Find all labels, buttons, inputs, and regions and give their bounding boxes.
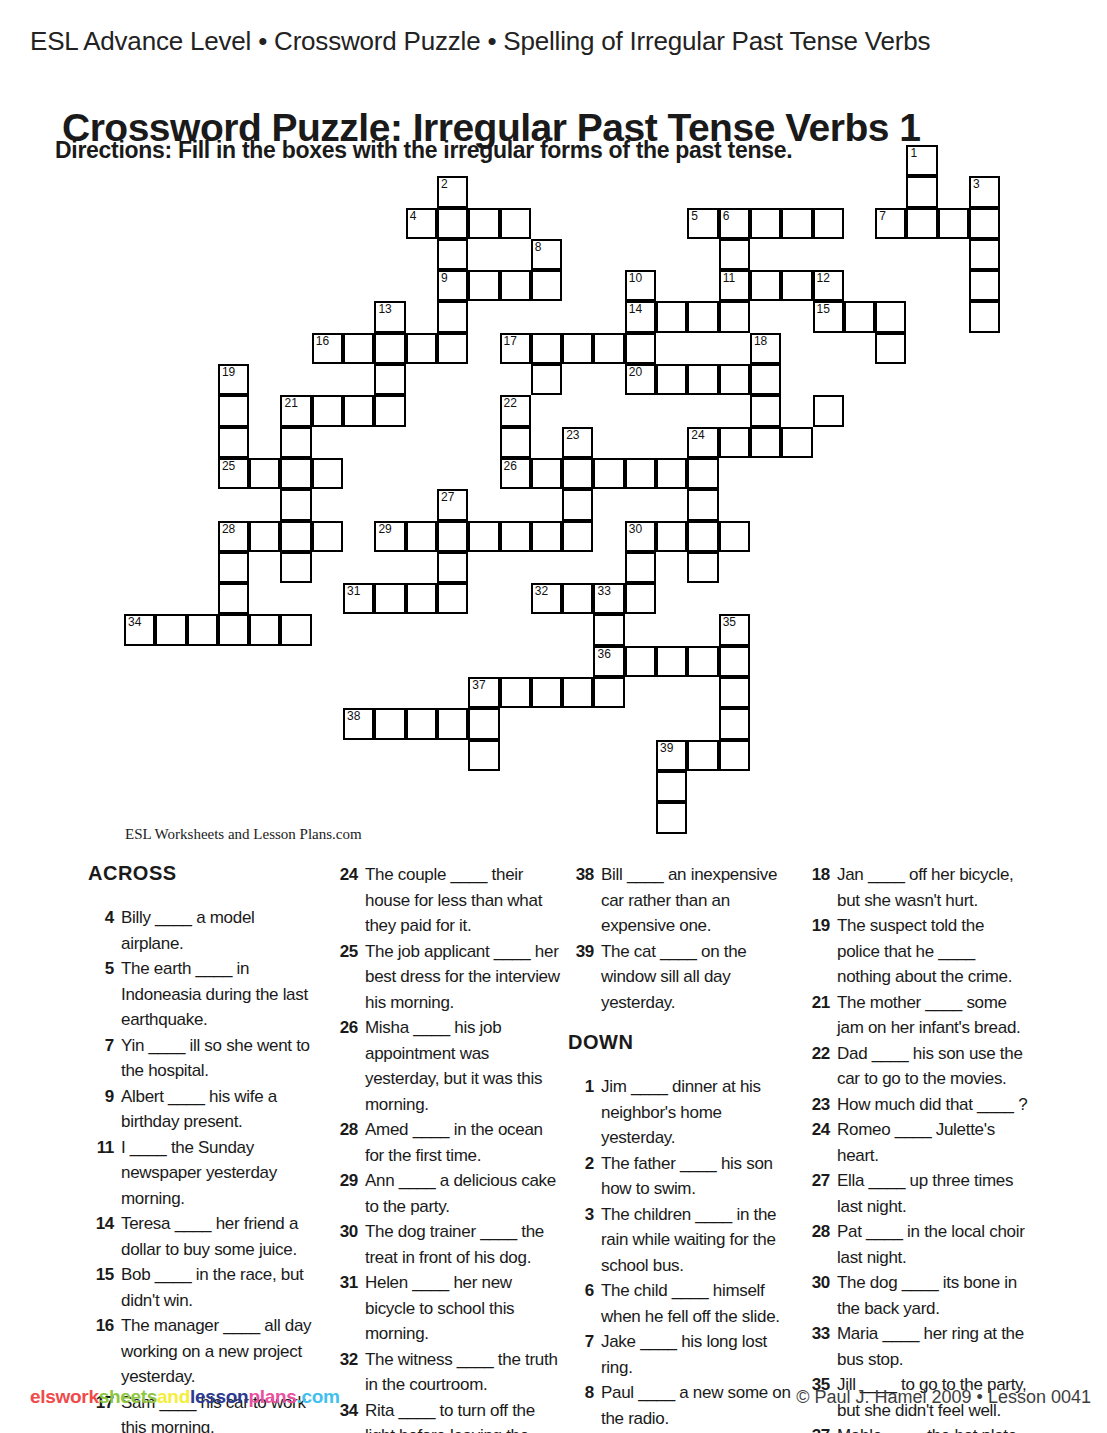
grid-cell[interactable]: 4 (406, 208, 437, 239)
clue-list-number: 14 (88, 1211, 114, 1237)
grid-cell[interactable] (719, 646, 750, 677)
clue-list-number: 21 (804, 990, 830, 1016)
clue-number: 25 (222, 460, 235, 473)
grid-cell[interactable] (280, 489, 311, 520)
grid-cell[interactable]: 13 (374, 301, 405, 332)
clue-text: The suspect told the police that he ____… (837, 916, 1012, 986)
clue-text: The children ____ in the rain while wait… (601, 1205, 776, 1275)
grid-cell[interactable] (437, 301, 468, 332)
down-clue-23: 23How much did that ____ ? (804, 1092, 1030, 1118)
grid-cell[interactable] (531, 677, 562, 708)
across-clue-26: 26Misha ____ his job appointment was yes… (332, 1015, 560, 1117)
logo-segment: lesson (190, 1386, 248, 1407)
worksheet-topline: ESL Advance Level • Crossword Puzzle • S… (30, 26, 930, 57)
down-clue-21: 21The mother ____ some jam on her infant… (804, 990, 1030, 1041)
across-clue-39: 39The cat ____ on the window sill all da… (568, 939, 798, 1016)
grid-cell[interactable] (562, 489, 593, 520)
grid-cell[interactable] (531, 458, 562, 489)
clue-text: Misha ____ his job appointment was yeste… (365, 1018, 542, 1114)
grid-cell[interactable] (343, 333, 374, 364)
grid-cell[interactable]: 3 (969, 176, 1000, 207)
grid-cell[interactable] (280, 427, 311, 458)
grid-cell[interactable] (719, 708, 750, 739)
across-clue-31: 31Helen ____ her new bicycle to school t… (332, 1270, 560, 1347)
clue-list-number: 4 (88, 905, 114, 931)
grid-cell[interactable] (593, 677, 624, 708)
grid-cell[interactable]: 28 (218, 521, 249, 552)
clue-number: 24 (691, 429, 704, 442)
grid-cell[interactable] (531, 270, 562, 301)
clue-number: 10 (629, 272, 642, 285)
grid-cell[interactable] (906, 176, 937, 207)
down-clue-3: 3The children ____ in the rain while wai… (568, 1202, 798, 1279)
clue-text: The mother ____ some jam on her infant's… (837, 993, 1021, 1038)
clue-list-number: 24 (332, 862, 358, 888)
clue-list-header: DOWN (568, 1031, 798, 1054)
clue-list-number: 5 (88, 956, 114, 982)
grid-cell[interactable] (750, 364, 781, 395)
clue-list-number: 33 (804, 1321, 830, 1347)
grid-cell[interactable] (218, 427, 249, 458)
clue-number: 9 (441, 272, 448, 285)
clue-list-number: 16 (88, 1313, 114, 1339)
grid-cell[interactable]: 1 (906, 145, 937, 176)
clue-number: 20 (629, 366, 642, 379)
grid-cell[interactable] (687, 489, 718, 520)
grid-cell[interactable] (468, 270, 499, 301)
across-clue-4: 4Billy ____ a model airplane. (88, 905, 316, 956)
crossword-grid: 1234567891011121314151617181920212223242… (124, 145, 1000, 834)
grid-cell[interactable] (719, 364, 750, 395)
across-clue-14: 14Teresa ____ her friend a dollar to buy… (88, 1211, 316, 1262)
grid-cell[interactable]: 34 (124, 614, 155, 645)
grid-cell[interactable] (687, 646, 718, 677)
grid-cell[interactable] (249, 614, 280, 645)
grid-cell[interactable] (468, 208, 499, 239)
grid-cell[interactable] (593, 333, 624, 364)
grid-cell[interactable] (656, 802, 687, 833)
grid-cell[interactable] (719, 677, 750, 708)
grid-cell[interactable] (593, 614, 624, 645)
clue-text: Teresa ____ her friend a dollar to buy s… (121, 1214, 298, 1259)
across-clue-11: 11I ____ the Sunday newspaper yesterday … (88, 1135, 316, 1212)
clue-text: Mable ____ the hot plate on the table. (837, 1426, 1017, 1433)
clue-number: 14 (629, 303, 642, 316)
clue-list-number: 23 (804, 1092, 830, 1118)
across-clue-34: 34Rita ____ to turn off the light before… (332, 1398, 560, 1433)
clue-column-1: ACROSS4Billy ____ a model airplane.5The … (88, 862, 316, 1433)
clue-list-number: 7 (568, 1329, 594, 1355)
clue-column-2: 24The couple ____ their house for less t… (332, 862, 560, 1433)
grid-cell[interactable]: 30 (625, 521, 656, 552)
grid-cell[interactable] (249, 458, 280, 489)
grid-cell[interactable] (906, 208, 937, 239)
grid-cell[interactable] (406, 333, 437, 364)
grid-cell[interactable] (500, 521, 531, 552)
clue-number: 23 (566, 429, 579, 442)
grid-cell[interactable]: 38 (343, 708, 374, 739)
grid-cell[interactable] (374, 583, 405, 614)
clue-number: 22 (504, 397, 517, 410)
clue-number: 12 (817, 272, 830, 285)
grid-cell[interactable] (280, 614, 311, 645)
attribution-text: ESL Worksheets and Lesson Plans.com (125, 826, 362, 843)
across-clue-29: 29Ann ____ a delicious cake to the party… (332, 1168, 560, 1219)
grid-cell[interactable] (468, 708, 499, 739)
grid-cell[interactable] (437, 239, 468, 270)
grid-cell[interactable] (656, 458, 687, 489)
down-clue-33: 33Maria ____ her ring at the bus stop. (804, 1321, 1030, 1372)
grid-cell[interactable] (781, 208, 812, 239)
grid-cell[interactable] (500, 270, 531, 301)
logo-segment: elswork (30, 1386, 99, 1407)
grid-cell[interactable] (280, 552, 311, 583)
grid-cell[interactable] (813, 395, 844, 426)
clue-number: 19 (222, 366, 235, 379)
grid-cell[interactable]: 6 (719, 208, 750, 239)
grid-cell[interactable] (750, 208, 781, 239)
grid-cell[interactable] (719, 301, 750, 332)
grid-cell[interactable]: 20 (625, 364, 656, 395)
grid-cell[interactable] (187, 614, 218, 645)
across-clue-15: 15Bob ____ in the race, but didn't win. (88, 1262, 316, 1313)
grid-cell[interactable]: 17 (500, 333, 531, 364)
clue-list-number: 2 (568, 1151, 594, 1177)
grid-cell[interactable] (312, 521, 343, 552)
clue-text: Maria ____ her ring at the bus stop. (837, 1324, 1024, 1369)
clue-text: The child ____ himself when he fell off … (601, 1281, 780, 1326)
clue-number: 32 (535, 585, 548, 598)
grid-cell[interactable] (562, 521, 593, 552)
clue-list-number: 9 (88, 1084, 114, 1110)
grid-cell[interactable] (687, 364, 718, 395)
grid-cell[interactable] (969, 270, 1000, 301)
down-clue-18: 18Jan ____ off her bicycle, but she wasn… (804, 862, 1030, 913)
grid-cell[interactable] (625, 646, 656, 677)
clue-list-number: 37 (804, 1423, 830, 1433)
grid-cell[interactable] (656, 771, 687, 802)
grid-cell[interactable] (406, 521, 437, 552)
clue-list-number: 32 (332, 1347, 358, 1373)
clue-text: Billy ____ a model airplane. (121, 908, 255, 953)
clue-list-number: 6 (568, 1278, 594, 1304)
down-clue-6: 6The child ____ himself when he fell off… (568, 1278, 798, 1329)
grid-cell[interactable] (719, 521, 750, 552)
clue-text: The dog trainer ____ the treat in front … (365, 1222, 544, 1267)
grid-cell[interactable] (687, 552, 718, 583)
clue-text: The manager ____ all day working on a ne… (121, 1316, 311, 1386)
grid-cell[interactable] (719, 427, 750, 458)
grid-cell[interactable] (218, 552, 249, 583)
grid-cell[interactable]: 12 (813, 270, 844, 301)
grid-cell[interactable] (813, 208, 844, 239)
grid-cell[interactable]: 16 (312, 333, 343, 364)
grid-cell[interactable]: 21 (280, 395, 311, 426)
grid-cell[interactable] (531, 364, 562, 395)
grid-cell[interactable] (500, 677, 531, 708)
clue-number: 33 (597, 585, 610, 598)
clue-number: 1 (910, 147, 917, 160)
grid-cell[interactable] (374, 708, 405, 739)
clue-number: 39 (660, 742, 673, 755)
down-clue-2: 2The father ____ his son how to swim. (568, 1151, 798, 1202)
grid-cell[interactable] (374, 333, 405, 364)
grid-cell[interactable]: 37 (468, 677, 499, 708)
grid-cell[interactable]: 15 (813, 301, 844, 332)
clue-number: 7 (879, 210, 886, 223)
across-clue-30: 30The dog trainer ____ the treat in fron… (332, 1219, 560, 1270)
down-clue-30: 30The dog ____ its bone in the back yard… (804, 1270, 1030, 1321)
clue-list-number: 18 (804, 862, 830, 888)
grid-cell[interactable]: 29 (374, 521, 405, 552)
clue-text: Ann ____ a delicious cake to the party. (365, 1171, 556, 1216)
clue-list-number: 28 (804, 1219, 830, 1245)
clue-list-number: 27 (804, 1168, 830, 1194)
clue-number: 35 (723, 616, 736, 629)
grid-cell[interactable] (500, 208, 531, 239)
clue-text: The witness ____ the truth in the courtr… (365, 1350, 558, 1395)
clue-text: Dad ____ his son use the car to go to th… (837, 1044, 1023, 1089)
grid-cell[interactable] (969, 239, 1000, 270)
grid-cell[interactable] (687, 521, 718, 552)
grid-cell[interactable]: 35 (719, 614, 750, 645)
grid-cell[interactable]: 19 (218, 364, 249, 395)
grid-cell[interactable]: 27 (437, 489, 468, 520)
clue-list-number: 3 (568, 1202, 594, 1228)
grid-cell[interactable] (218, 614, 249, 645)
grid-cell[interactable] (280, 458, 311, 489)
grid-cell[interactable] (656, 364, 687, 395)
grid-cell[interactable]: 24 (687, 427, 718, 458)
clue-list-number: 39 (568, 939, 594, 965)
clue-list-number: 11 (88, 1135, 114, 1161)
clue-list-number: 30 (804, 1270, 830, 1296)
grid-cell[interactable]: 33 (593, 583, 624, 614)
grid-cell[interactable]: 31 (343, 583, 374, 614)
grid-cell[interactable] (437, 708, 468, 739)
clue-list-number: 25 (332, 939, 358, 965)
clue-text: Helen ____ her new bicycle to school thi… (365, 1273, 514, 1343)
clue-list-number: 30 (332, 1219, 358, 1245)
grid-cell[interactable] (875, 333, 906, 364)
grid-cell[interactable] (625, 583, 656, 614)
clue-text: The dog ____ its bone in the back yard. (837, 1273, 1017, 1318)
grid-cell[interactable] (687, 301, 718, 332)
grid-cell[interactable] (938, 208, 969, 239)
grid-cell[interactable] (500, 427, 531, 458)
clue-number: 31 (347, 585, 360, 598)
grid-cell[interactable] (969, 208, 1000, 239)
grid-cell[interactable] (844, 301, 875, 332)
grid-cell[interactable] (218, 395, 249, 426)
down-clue-8: 8Paul ____ a new some on the radio. (568, 1380, 798, 1431)
clue-list-header: ACROSS (88, 862, 316, 885)
logo-segment: and (157, 1386, 190, 1407)
grid-cell[interactable] (593, 458, 624, 489)
clue-number: 6 (723, 210, 730, 223)
down-clue-24: 24Romeo ____ Julette's heart. (804, 1117, 1030, 1168)
clue-number: 13 (378, 303, 391, 316)
clue-number: 37 (472, 679, 485, 692)
grid-cell[interactable] (218, 583, 249, 614)
grid-cell[interactable] (531, 333, 562, 364)
grid-cell[interactable] (468, 740, 499, 771)
grid-cell[interactable] (531, 521, 562, 552)
clue-list-number: 28 (332, 1117, 358, 1143)
grid-cell[interactable] (343, 395, 374, 426)
grid-cell[interactable]: 10 (625, 270, 656, 301)
grid-cell[interactable]: 8 (531, 239, 562, 270)
grid-cell[interactable] (437, 208, 468, 239)
grid-cell[interactable] (625, 552, 656, 583)
grid-cell[interactable] (437, 333, 468, 364)
grid-cell[interactable]: 9 (437, 270, 468, 301)
clue-list-number: 38 (568, 862, 594, 888)
grid-cell[interactable] (562, 458, 593, 489)
across-clue-16: 16The manager ____ all day working on a … (88, 1313, 316, 1390)
grid-cell[interactable] (468, 521, 499, 552)
grid-cell[interactable] (656, 521, 687, 552)
grid-cell[interactable] (312, 458, 343, 489)
grid-cell[interactable] (687, 458, 718, 489)
grid-cell[interactable] (312, 395, 343, 426)
grid-cell[interactable] (437, 552, 468, 583)
copyright-text: © Paul J. Hamel 2009 • Lesson 0041 (796, 1387, 1091, 1408)
clue-text: Ella ____ up three times last night. (837, 1171, 1013, 1216)
grid-cell[interactable] (374, 364, 405, 395)
across-clue-38: 38Bill ____ an inexpensive car rather th… (568, 862, 798, 939)
clue-list-number: 24 (804, 1117, 830, 1143)
clue-number: 2 (441, 178, 448, 191)
grid-cell[interactable] (562, 583, 593, 614)
grid-cell[interactable] (437, 521, 468, 552)
clue-text: The couple ____ their house for less tha… (365, 865, 542, 935)
grid-cell[interactable]: 32 (531, 583, 562, 614)
across-clue-28: 28Amed ____ in the ocean for the first t… (332, 1117, 560, 1168)
grid-cell[interactable]: 22 (500, 395, 531, 426)
clue-text: The father ____ his son how to swim. (601, 1154, 773, 1199)
grid-cell[interactable]: 7 (875, 208, 906, 239)
grid-cell[interactable] (750, 395, 781, 426)
clue-number: 11 (723, 272, 735, 285)
down-clue-37: 37Mable ____ the hot plate on the table. (804, 1423, 1030, 1433)
clue-number: 28 (222, 523, 235, 536)
clue-number: 38 (347, 710, 360, 723)
clue-text: I ____ the Sunday newspaper yesterday mo… (121, 1138, 277, 1208)
clue-text: How much did that ____ ? (837, 1095, 1027, 1114)
clue-number: 21 (284, 397, 297, 410)
grid-cell[interactable] (562, 333, 593, 364)
grid-cell[interactable] (625, 458, 656, 489)
grid-cell[interactable]: 39 (656, 740, 687, 771)
website-logo-text: elsworksheetsandlessonplans.com (30, 1386, 340, 1408)
clue-text: Pat ____ in the local choir last night. (837, 1222, 1025, 1267)
down-clue-7: 7Jake ____ his long lost ring. (568, 1329, 798, 1380)
clue-text: Romeo ____ Julette's heart. (837, 1120, 995, 1165)
across-clue-25: 25The job applicant ____ her best dress … (332, 939, 560, 1016)
down-clue-19: 19The suspect told the police that he __… (804, 913, 1030, 990)
grid-cell[interactable] (969, 301, 1000, 332)
grid-cell[interactable]: 18 (750, 333, 781, 364)
grid-cell[interactable]: 14 (625, 301, 656, 332)
clue-list-number: 19 (804, 913, 830, 939)
grid-cell[interactable] (719, 740, 750, 771)
grid-cell[interactable] (781, 270, 812, 301)
grid-cell[interactable]: 5 (687, 208, 718, 239)
clue-text: Jan ____ off her bicycle, but she wasn't… (837, 865, 1013, 910)
clue-list-number: 1 (568, 1074, 594, 1100)
down-clue-22: 22Dad ____ his son use the car to go to … (804, 1041, 1030, 1092)
grid-cell[interactable] (155, 614, 186, 645)
across-clue-5: 5The earth ____ in Indoneasia during the… (88, 956, 316, 1033)
grid-cell[interactable] (625, 333, 656, 364)
clue-number: 34 (128, 616, 141, 629)
clue-list-number: 7 (88, 1033, 114, 1059)
clue-number: 5 (691, 210, 698, 223)
grid-cell[interactable] (781, 427, 812, 458)
clue-number: 30 (629, 523, 642, 536)
grid-cell[interactable] (249, 521, 280, 552)
across-clue-7: 7Yin ____ ill so she went to the hospita… (88, 1033, 316, 1084)
clue-text: Rita ____ to turn off the light before l… (365, 1401, 535, 1433)
grid-cell[interactable]: 2 (437, 176, 468, 207)
down-clue-1: 1Jim ____ dinner at his neighbor's home … (568, 1074, 798, 1151)
grid-cell[interactable] (406, 583, 437, 614)
grid-cell[interactable]: 11 (719, 270, 750, 301)
logo-segment: sheets (99, 1386, 157, 1407)
grid-cell[interactable] (562, 677, 593, 708)
grid-cell[interactable] (656, 301, 687, 332)
clue-number: 16 (316, 335, 329, 348)
clue-list-number: 15 (88, 1262, 114, 1288)
across-clue-24: 24The couple ____ their house for less t… (332, 862, 560, 939)
clue-number: 18 (754, 335, 767, 348)
grid-cell[interactable] (374, 395, 405, 426)
grid-cell[interactable] (750, 270, 781, 301)
grid-cell[interactable] (406, 708, 437, 739)
logo-segment: .com (297, 1386, 340, 1407)
grid-cell[interactable]: 25 (218, 458, 249, 489)
grid-cell[interactable] (437, 583, 468, 614)
grid-cell[interactable]: 36 (593, 646, 624, 677)
grid-cell[interactable] (750, 427, 781, 458)
clue-number: 4 (410, 210, 417, 223)
clue-number: 8 (535, 241, 542, 254)
clue-number: 27 (441, 491, 454, 504)
grid-cell[interactable] (687, 740, 718, 771)
grid-cell[interactable] (280, 521, 311, 552)
clue-text: Yin ____ ill so she went to the hospital… (121, 1036, 310, 1081)
clue-text: Bob ____ in the race, but didn't win. (121, 1265, 303, 1310)
clue-number: 29 (378, 523, 391, 536)
clue-text: Albert ____ his wife a birthday present. (121, 1087, 277, 1132)
grid-cell[interactable]: 26 (500, 458, 531, 489)
logo-segment: plans (248, 1386, 296, 1407)
clue-number: 15 (817, 303, 830, 316)
clue-text: Jim ____ dinner at his neighbor's home y… (601, 1077, 761, 1147)
grid-cell[interactable] (875, 301, 906, 332)
clue-column-4: 18Jan ____ off her bicycle, but she wasn… (804, 862, 1030, 1433)
clue-text: The job applicant ____ her best dress fo… (365, 942, 560, 1012)
grid-cell[interactable] (656, 646, 687, 677)
clue-list-number: 29 (332, 1168, 358, 1194)
across-clue-32: 32The witness ____ the truth in the cour… (332, 1347, 560, 1398)
clue-list-number: 22 (804, 1041, 830, 1067)
grid-cell[interactable]: 23 (562, 427, 593, 458)
grid-cell[interactable] (719, 239, 750, 270)
clue-text: Paul ____ a new some on the radio. (601, 1383, 791, 1428)
across-clue-9: 9Albert ____ his wife a birthday present… (88, 1084, 316, 1135)
